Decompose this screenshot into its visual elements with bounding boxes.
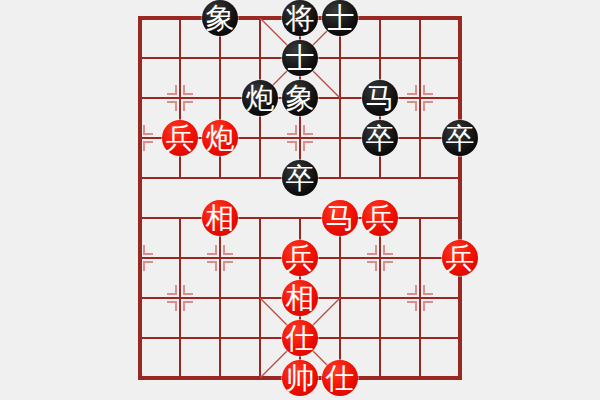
point-c0-r9[interactable]: [120, 358, 160, 398]
point-c1-r9[interactable]: [160, 358, 200, 398]
point-c2-r4[interactable]: [200, 158, 240, 198]
point-c0-r2[interactable]: [120, 78, 160, 118]
point-c6-r9[interactable]: [360, 358, 400, 398]
point-c1-r4[interactable]: [160, 158, 200, 198]
red-cannon[interactable]: 炮: [202, 120, 238, 156]
xiangqi-board-screen: 象将士士炮象马兵炮卒卒卒相马兵兵兵相仕帅仕: [0, 0, 600, 400]
point-c1-r5[interactable]: [160, 198, 200, 238]
point-c3-r7[interactable]: [240, 278, 280, 318]
red-elephant[interactable]: 相: [202, 200, 238, 236]
point-c0-r6[interactable]: [120, 238, 160, 278]
point-c4-r7[interactable]: 相: [280, 278, 320, 318]
point-c6-r8[interactable]: [360, 318, 400, 358]
point-c2-r0[interactable]: 象: [200, 0, 240, 38]
point-c3-r1[interactable]: [240, 38, 280, 78]
black-elephant[interactable]: 象: [202, 0, 238, 36]
black-cannon[interactable]: 炮: [242, 80, 278, 116]
red-soldier[interactable]: 兵: [442, 240, 478, 276]
point-c6-r5[interactable]: 兵: [360, 198, 400, 238]
point-c1-r1[interactable]: [160, 38, 200, 78]
point-c6-r1[interactable]: [360, 38, 400, 78]
point-c3-r4[interactable]: [240, 158, 280, 198]
black-horse[interactable]: 马: [362, 80, 398, 116]
point-c8-r6[interactable]: 兵: [440, 238, 480, 278]
point-c7-r1[interactable]: [400, 38, 440, 78]
red-soldier[interactable]: 兵: [282, 240, 318, 276]
point-c2-r7[interactable]: [200, 278, 240, 318]
point-c8-r4[interactable]: [440, 158, 480, 198]
point-c7-r2[interactable]: [400, 78, 440, 118]
point-c0-r1[interactable]: [120, 38, 160, 78]
point-c1-r8[interactable]: [160, 318, 200, 358]
point-c0-r4[interactable]: [120, 158, 160, 198]
point-c8-r3[interactable]: 卒: [440, 118, 480, 158]
black-soldier[interactable]: 卒: [442, 120, 478, 156]
point-c5-r8[interactable]: [320, 318, 360, 358]
point-c2-r2[interactable]: [200, 78, 240, 118]
xiangqi-board: 象将士士炮象马兵炮卒卒卒相马兵兵兵相仕帅仕: [120, 0, 480, 398]
point-c0-r0[interactable]: [120, 0, 160, 38]
point-c7-r4[interactable]: [400, 158, 440, 198]
point-c7-r8[interactable]: [400, 318, 440, 358]
point-c8-r5[interactable]: [440, 198, 480, 238]
red-soldier[interactable]: 兵: [162, 120, 198, 156]
point-c3-r5[interactable]: [240, 198, 280, 238]
red-advisor[interactable]: 仕: [282, 320, 318, 356]
point-c2-r5[interactable]: 相: [200, 198, 240, 238]
point-c3-r8[interactable]: [240, 318, 280, 358]
point-c6-r2[interactable]: 马: [360, 78, 400, 118]
point-c4-r1[interactable]: 士: [280, 38, 320, 78]
point-c5-r2[interactable]: [320, 78, 360, 118]
point-c4-r4[interactable]: 卒: [280, 158, 320, 198]
point-c6-r7[interactable]: [360, 278, 400, 318]
point-c7-r6[interactable]: [400, 238, 440, 278]
point-c3-r3[interactable]: [240, 118, 280, 158]
point-c8-r8[interactable]: [440, 318, 480, 358]
point-c8-r9[interactable]: [440, 358, 480, 398]
point-c7-r0[interactable]: [400, 0, 440, 38]
point-c5-r0[interactable]: 士: [320, 0, 360, 38]
black-elephant[interactable]: 象: [282, 80, 318, 116]
point-c4-r2[interactable]: 象: [280, 78, 320, 118]
point-c0-r8[interactable]: [120, 318, 160, 358]
point-c8-r0[interactable]: [440, 0, 480, 38]
point-c4-r5[interactable]: [280, 198, 320, 238]
point-c1-r2[interactable]: [160, 78, 200, 118]
point-c4-r3[interactable]: [280, 118, 320, 158]
point-c1-r3[interactable]: 兵: [160, 118, 200, 158]
point-c3-r0[interactable]: [240, 0, 280, 38]
point-c5-r6[interactable]: [320, 238, 360, 278]
point-c0-r5[interactable]: [120, 198, 160, 238]
point-c5-r5[interactable]: 马: [320, 198, 360, 238]
point-c5-r3[interactable]: [320, 118, 360, 158]
black-advisor[interactable]: 士: [282, 40, 318, 76]
point-c3-r9[interactable]: [240, 358, 280, 398]
point-c4-r6[interactable]: 兵: [280, 238, 320, 278]
point-c6-r6[interactable]: [360, 238, 400, 278]
point-c5-r1[interactable]: [320, 38, 360, 78]
point-c2-r1[interactable]: [200, 38, 240, 78]
point-c8-r7[interactable]: [440, 278, 480, 318]
black-general[interactable]: 将: [282, 0, 318, 36]
red-general[interactable]: 帅: [282, 360, 318, 396]
point-c3-r2[interactable]: 炮: [240, 78, 280, 118]
black-soldier[interactable]: 卒: [282, 160, 318, 196]
point-c7-r5[interactable]: [400, 198, 440, 238]
red-advisor[interactable]: 仕: [322, 360, 358, 396]
point-c5-r7[interactable]: [320, 278, 360, 318]
point-c6-r3[interactable]: 卒: [360, 118, 400, 158]
black-advisor[interactable]: 士: [322, 0, 358, 36]
point-c3-r6[interactable]: [240, 238, 280, 278]
point-c7-r7[interactable]: [400, 278, 440, 318]
red-elephant[interactable]: 相: [282, 280, 318, 316]
point-c4-r9[interactable]: 帅: [280, 358, 320, 398]
red-soldier[interactable]: 兵: [362, 200, 398, 236]
point-c7-r9[interactable]: [400, 358, 440, 398]
point-c4-r8[interactable]: 仕: [280, 318, 320, 358]
point-c7-r3[interactable]: [400, 118, 440, 158]
point-c6-r0[interactable]: [360, 0, 400, 38]
point-c5-r4[interactable]: [320, 158, 360, 198]
point-c2-r9[interactable]: [200, 358, 240, 398]
point-c0-r3[interactable]: [120, 118, 160, 158]
point-c6-r4[interactable]: [360, 158, 400, 198]
point-c1-r0[interactable]: [160, 0, 200, 38]
point-c8-r1[interactable]: [440, 38, 480, 78]
point-c1-r6[interactable]: [160, 238, 200, 278]
point-c4-r0[interactable]: 将: [280, 0, 320, 38]
red-horse[interactable]: 马: [322, 200, 358, 236]
point-c8-r2[interactable]: [440, 78, 480, 118]
black-soldier[interactable]: 卒: [362, 120, 398, 156]
point-c1-r7[interactable]: [160, 278, 200, 318]
point-c2-r6[interactable]: [200, 238, 240, 278]
point-c2-r8[interactable]: [200, 318, 240, 358]
point-c0-r7[interactable]: [120, 278, 160, 318]
point-c2-r3[interactable]: 炮: [200, 118, 240, 158]
point-c5-r9[interactable]: 仕: [320, 358, 360, 398]
